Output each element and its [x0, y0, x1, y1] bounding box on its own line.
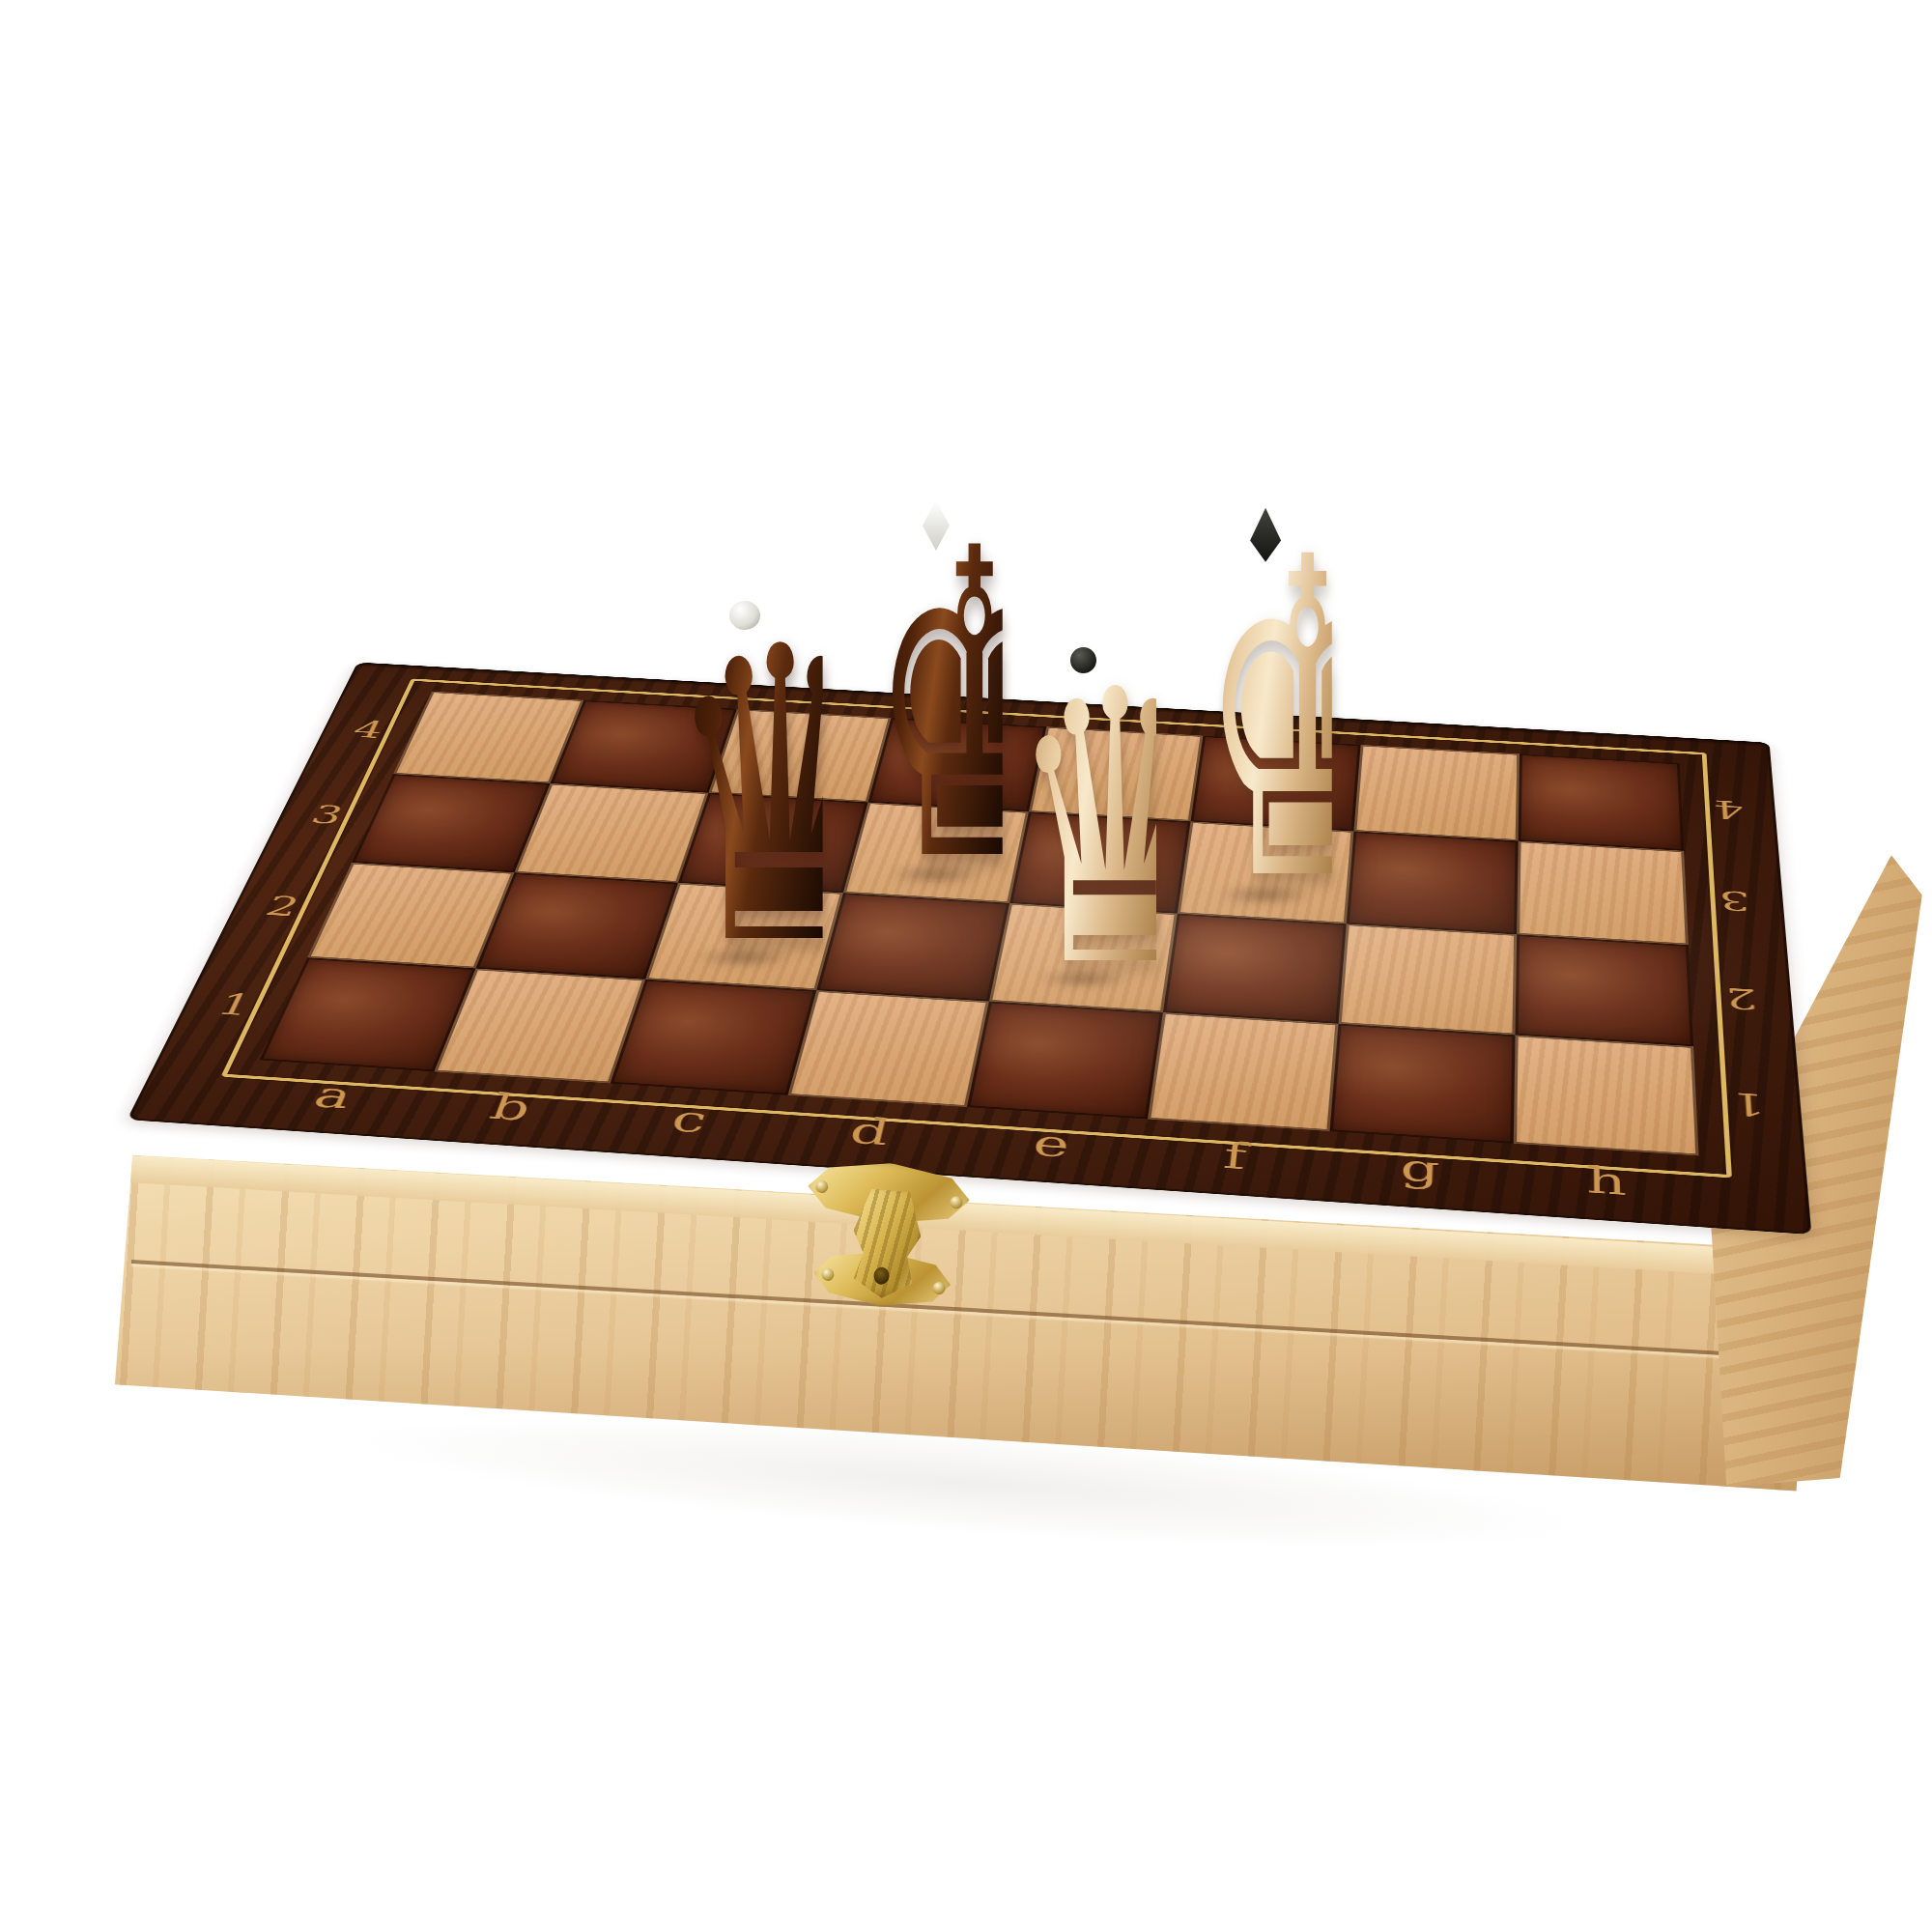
- white-queen[interactable]: ♛: [965, 641, 1202, 1018]
- file-label-g: g: [1325, 1142, 1513, 1194]
- square-g1[interactable]: [1330, 1024, 1516, 1144]
- rank-label-right-4: 4: [1681, 792, 1776, 826]
- file-label-h: h: [1513, 1154, 1701, 1207]
- file-label-e: e: [956, 1118, 1146, 1170]
- file-label-f: f: [1140, 1130, 1328, 1182]
- file-label-c: c: [593, 1094, 784, 1146]
- brass-clasp: [778, 1147, 994, 1328]
- square-h4[interactable]: [1519, 753, 1685, 850]
- file-label-a: a: [237, 1070, 430, 1121]
- rank-label-left-1: 1: [179, 985, 292, 1024]
- white-ball-finial-icon: [729, 601, 760, 630]
- rank-label-right-3: 3: [1686, 882, 1784, 918]
- chess-box-product-photo: 44332211abcdefgh ♛♚♛♚: [0, 0, 1932, 1932]
- rank-label-left-3: 3: [275, 798, 380, 832]
- rank-label-left-4: 4: [319, 714, 419, 745]
- square-h1[interactable]: [1514, 1035, 1699, 1155]
- black-queen[interactable]: ♛: [619, 595, 870, 1001]
- rank-label-left-2: 2: [228, 889, 336, 924]
- rank-label-right-2: 2: [1690, 979, 1793, 1017]
- square-h3[interactable]: [1517, 841, 1689, 946]
- file-label-b: b: [414, 1082, 607, 1132]
- black-queen-glyph: ♛: [667, 595, 822, 1001]
- rank-label-right-1: 1: [1695, 1083, 1803, 1124]
- white-queen-glyph: ♛: [1009, 641, 1156, 1018]
- square-h2[interactable]: [1516, 934, 1694, 1046]
- clasp-screw: [932, 1281, 946, 1294]
